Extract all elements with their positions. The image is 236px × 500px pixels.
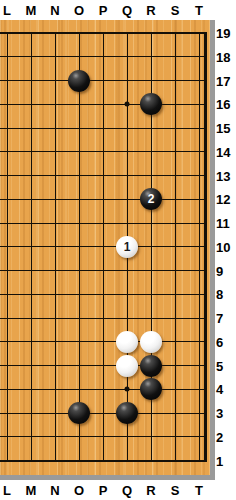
- row-label-6: 6: [216, 335, 223, 348]
- col-label-top-Q: Q: [122, 4, 132, 17]
- row-label-11: 11: [216, 217, 230, 230]
- row-label-17: 17: [216, 74, 230, 87]
- row-label-13: 13: [216, 169, 230, 182]
- grid-vline-S: [175, 32, 176, 462]
- col-label-bottom-T: T: [195, 484, 203, 497]
- col-label-bottom-Q: Q: [122, 484, 132, 497]
- row-label-1: 1: [216, 454, 223, 467]
- col-label-top-N: N: [50, 4, 59, 17]
- row-label-3: 3: [216, 407, 223, 420]
- go-diagram: 19181716151413121110987654321LLMMNNOOPPQ…: [0, 0, 236, 500]
- grid-vline-P: [103, 32, 104, 462]
- row-label-15: 15: [216, 122, 230, 135]
- stone-white-R6: [140, 331, 162, 353]
- grid-vline-O: [79, 32, 80, 462]
- stone-white-Q5: [116, 355, 138, 377]
- col-label-bottom-L: L: [3, 484, 11, 497]
- stone-black-R5: [140, 355, 162, 377]
- row-label-19: 19: [216, 27, 230, 40]
- board-shadow-bottom: [0, 475, 215, 480]
- col-label-bottom-R: R: [146, 484, 155, 497]
- row-label-8: 8: [216, 288, 223, 301]
- row-label-5: 5: [216, 359, 223, 372]
- stone-black-R12: 2: [140, 188, 162, 210]
- col-label-top-M: M: [26, 4, 37, 17]
- col-label-bottom-M: M: [26, 484, 37, 497]
- row-label-18: 18: [216, 50, 230, 63]
- stone-black-R4: [140, 378, 162, 400]
- row-label-12: 12: [216, 193, 230, 206]
- row-label-14: 14: [216, 145, 230, 158]
- stone-black-R16: [140, 93, 162, 115]
- col-label-bottom-N: N: [50, 484, 59, 497]
- stone-black-O17: [68, 70, 90, 92]
- go-board-surface[interactable]: [0, 20, 210, 475]
- col-label-top-P: P: [99, 4, 108, 17]
- col-label-bottom-S: S: [171, 484, 180, 497]
- star-point-Q4: [125, 387, 130, 392]
- row-label-2: 2: [216, 430, 223, 443]
- stone-black-Q3: [116, 402, 138, 424]
- row-label-7: 7: [216, 312, 223, 325]
- stone-white-Q6: [116, 331, 138, 353]
- col-label-top-O: O: [74, 4, 84, 17]
- col-label-top-L: L: [3, 4, 11, 17]
- grid-vline-M: [31, 32, 32, 462]
- grid-vline-T: [199, 32, 200, 462]
- col-label-top-T: T: [195, 4, 203, 17]
- col-label-bottom-P: P: [99, 484, 108, 497]
- col-label-top-R: R: [146, 4, 155, 17]
- stone-black-O3: [68, 402, 90, 424]
- row-label-4: 4: [216, 383, 223, 396]
- row-label-10: 10: [216, 240, 230, 253]
- col-label-top-S: S: [171, 4, 180, 17]
- row-label-9: 9: [216, 264, 223, 277]
- grid-vline-N: [55, 32, 56, 462]
- row-label-16: 16: [216, 98, 230, 111]
- col-label-bottom-O: O: [74, 484, 84, 497]
- board-shadow-right: [210, 20, 215, 480]
- star-point-Q16: [125, 102, 130, 107]
- stone-white-Q10: 1: [116, 236, 138, 258]
- grid-vline-L: [7, 32, 8, 462]
